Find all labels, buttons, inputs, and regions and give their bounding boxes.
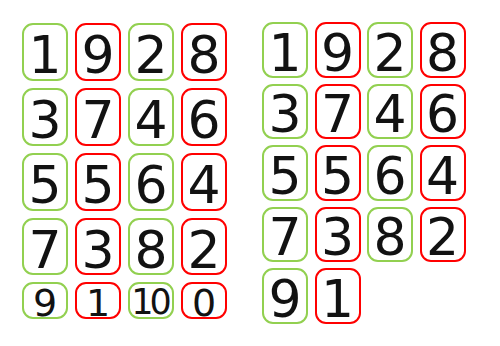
card-left-r4c3[interactable]: 8 [128,218,174,275]
card-right-r3c3[interactable]: 6 [367,145,413,201]
card-right-r1c1[interactable]: 1 [262,22,308,78]
card-right-r3c4[interactable]: 4 [420,145,466,201]
card-left-r3c4[interactable]: 4 [181,153,227,211]
card-number: 9 [268,268,301,324]
card-number: 4 [373,84,406,140]
card-right-r4c4[interactable]: 2 [420,207,466,263]
card-right-r4c1[interactable]: 7 [262,207,308,263]
card-number: 8 [373,207,406,263]
card-number: 4 [134,88,167,146]
card-number: 7 [321,84,354,140]
card-left-r3c3[interactable]: 6 [128,153,174,211]
card-left-r3c2[interactable]: 5 [75,153,121,211]
card-left-r1c3[interactable]: 2 [128,23,174,81]
left-card-grid: 192837465564738291100 [22,23,227,319]
card-number: 6 [187,88,220,146]
card-right-r1c3[interactable]: 2 [367,22,413,78]
card-left-r5c2[interactable]: 1 [75,282,121,319]
card-left-r2c3[interactable]: 4 [128,88,174,146]
card-left-r1c1[interactable]: 1 [22,23,68,81]
card-left-r5c1[interactable]: 9 [22,282,68,319]
card-number: 9 [321,22,354,78]
card-right-r3c1[interactable]: 5 [262,145,308,201]
card-right-r5c2[interactable]: 1 [315,268,361,324]
card-left-r1c2[interactable]: 9 [75,23,121,81]
card-number: 2 [187,218,220,275]
card-number: 5 [268,145,301,201]
card-number: 5 [28,153,61,211]
card-number: 5 [321,145,354,201]
card-left-r2c4[interactable]: 6 [181,88,227,146]
card-right-r4c3[interactable]: 8 [367,207,413,263]
card-right-r2c1[interactable]: 3 [262,84,308,140]
card-right-r1c4[interactable]: 8 [420,22,466,78]
card-right-r2c4[interactable]: 6 [420,84,466,140]
card-number: 2 [426,207,459,263]
card-right-r1c2[interactable]: 9 [315,22,361,78]
card-number: 4 [187,153,220,211]
card-number: 5 [81,153,114,211]
card-number: 1 [268,22,301,78]
card-number: 1 [28,23,61,81]
card-left-r5c3[interactable]: 10 [128,282,174,319]
flashcard-sheet: 192837465564738291100 192837465564738291 [0,0,500,346]
card-number: 3 [268,84,301,140]
card-left-r4c4[interactable]: 2 [181,218,227,275]
card-right-r2c3[interactable]: 4 [367,84,413,140]
card-number: 10 [131,282,168,319]
card-number: 1 [321,268,354,324]
card-number: 4 [426,145,459,201]
card-number: 7 [81,88,114,146]
card-number: 8 [134,218,167,275]
card-left-r4c1[interactable]: 7 [22,218,68,275]
card-left-r4c2[interactable]: 3 [75,218,121,275]
card-number: 6 [373,145,406,201]
card-number: 7 [28,218,61,275]
card-number: 7 [268,207,301,263]
card-right-r2c2[interactable]: 7 [315,84,361,140]
right-card-grid: 192837465564738291 [262,22,466,324]
card-number: 8 [187,23,220,81]
card-right-r4c2[interactable]: 3 [315,207,361,263]
card-number: 3 [321,207,354,263]
card-number: 9 [33,282,57,319]
card-number: 6 [134,153,167,211]
card-right-r5c1[interactable]: 9 [262,268,308,324]
card-number: 6 [426,84,459,140]
card-left-r1c4[interactable]: 8 [181,23,227,81]
card-left-r3c1[interactable]: 5 [22,153,68,211]
card-right-r3c2[interactable]: 5 [315,145,361,201]
card-number: 9 [81,23,114,81]
card-left-r2c2[interactable]: 7 [75,88,121,146]
card-number: 0 [192,282,216,319]
card-number: 3 [81,218,114,275]
card-left-r2c1[interactable]: 3 [22,88,68,146]
card-number: 2 [134,23,167,81]
card-number: 2 [373,22,406,78]
card-left-r5c4[interactable]: 0 [181,282,227,319]
card-number: 3 [28,88,61,146]
card-number: 1 [86,282,110,319]
card-number: 8 [426,22,459,78]
